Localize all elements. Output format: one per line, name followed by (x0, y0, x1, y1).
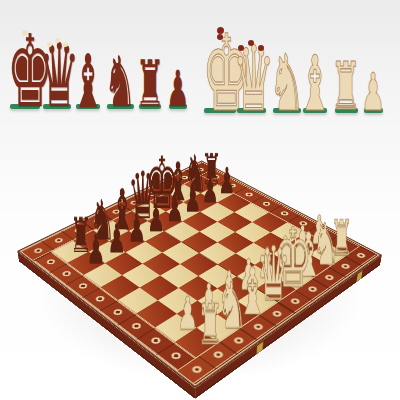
black-pawn-a7: ♟ (87, 229, 106, 270)
white-pawn-a2: ♟ (177, 290, 198, 336)
chess-set-photo: ♚♛♝♞♜♟ ♚♛♞♝♜♟ ♜♞♝♛♚♝♞♜♟♟♟♟♟♟♟♟♟♟♟♟♟♟♟♟♜♞… (0, 0, 400, 400)
black-pawn-e7: ♟ (166, 189, 184, 227)
piece-finial (217, 27, 224, 34)
piece-finial (217, 34, 223, 40)
piece-finial (258, 45, 264, 51)
piece-finial (55, 38, 60, 43)
lineup-light-pawn: ♟ (355, 66, 391, 118)
piece-finial (47, 42, 52, 47)
black-pawn-f7: ♟ (184, 180, 202, 218)
black-pawn-h7: ♟ (219, 163, 236, 199)
white-rook-a1: ♜ (197, 296, 223, 352)
black-pawn-g7: ♟ (202, 171, 219, 208)
piece-finial (63, 42, 68, 47)
piece-finial (22, 30, 28, 36)
lineup-dark-bishop: ♝ (70, 44, 106, 118)
black-pawn-d7: ♟ (147, 198, 165, 237)
black-pawn-b7: ♟ (108, 218, 127, 258)
lineup-dark-king: ♚ (7, 22, 43, 122)
piece-finial (248, 40, 254, 46)
lineup-dark-pawn: ♟ (160, 64, 196, 114)
piece-finial (238, 45, 244, 51)
black-pawn-c7: ♟ (128, 208, 146, 248)
